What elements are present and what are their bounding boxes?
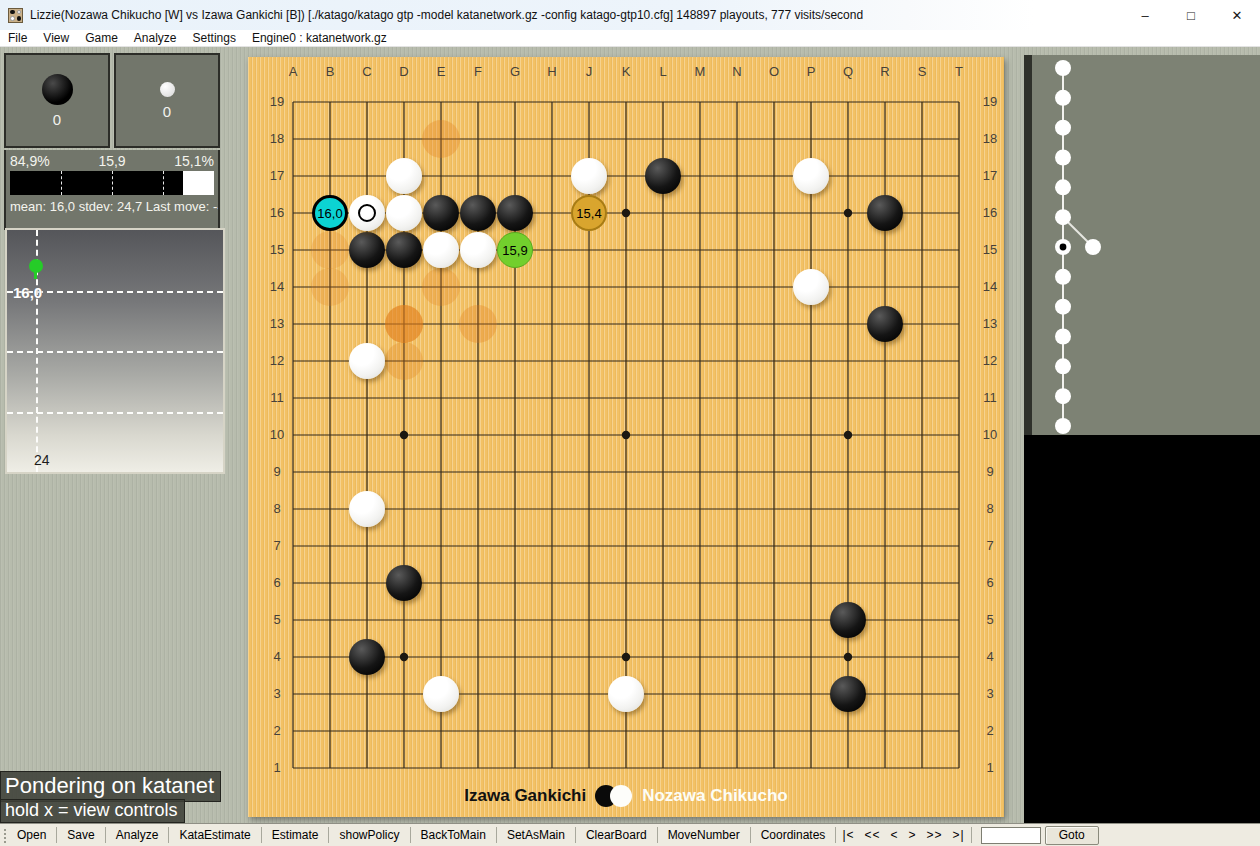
tree-node-1[interactable] — [1055, 90, 1071, 106]
black-capture-count: 0 — [53, 111, 61, 128]
stone-black-C15[interactable] — [349, 232, 385, 268]
black-winrate-label: 84,9% — [10, 153, 50, 169]
tree-node-12[interactable] — [1055, 418, 1071, 434]
white-captures-box: 0 — [114, 53, 220, 148]
goban[interactable]: Izawa Gankichi Nozawa Chikucho ABCDEFGHJ… — [248, 57, 1004, 817]
policy-shadow-D13[interactable] — [385, 305, 423, 343]
tree-node-4[interactable] — [1055, 179, 1071, 195]
menu-item-engine0[interactable]: Engine0 : katanetwork.gz — [244, 31, 395, 45]
stone-black-E16[interactable] — [423, 195, 459, 231]
toolbar-button-estimate[interactable]: Estimate — [263, 826, 328, 844]
policy-shadow-B14[interactable] — [311, 268, 349, 306]
toolbar-button-open[interactable]: Open — [8, 826, 55, 844]
toolbar-button-clearboard[interactable]: ClearBoard — [577, 826, 656, 844]
nav-last-button[interactable]: >| — [948, 826, 970, 844]
comment-panel — [1024, 435, 1260, 823]
stone-white-D16[interactable] — [386, 195, 422, 231]
stone-black-C4[interactable] — [349, 639, 385, 675]
white-winrate-label: 15,1% — [174, 153, 214, 169]
stone-black-F16[interactable] — [460, 195, 496, 231]
toolbar-button-setasmain[interactable]: SetAsMain — [498, 826, 574, 844]
stone-white-E15[interactable] — [423, 232, 459, 268]
white-capture-count: 0 — [163, 103, 171, 120]
stone-black-G16[interactable] — [497, 195, 533, 231]
tree-node-10[interactable] — [1055, 358, 1071, 374]
menu-item-view[interactable]: View — [35, 31, 77, 45]
toolbar-button-backtomain[interactable]: BackToMain — [412, 826, 495, 844]
stone-black-D15[interactable] — [386, 232, 422, 268]
graph-winrate-value: 16,0 — [13, 284, 42, 301]
stone-white-E3[interactable] — [423, 676, 459, 712]
black-stone-icon — [42, 74, 73, 105]
score-label: 15,9 — [98, 153, 125, 169]
graph-current-dot — [29, 259, 43, 273]
stone-black-R16[interactable] — [867, 195, 903, 231]
maximize-button[interactable]: □ — [1168, 0, 1214, 30]
policy-shadow-D12[interactable] — [385, 342, 423, 380]
policy-shadow-E18[interactable] — [422, 120, 460, 158]
stone-black-Q3[interactable] — [830, 676, 866, 712]
app-icon — [8, 8, 23, 23]
tree-current-node-dot — [1060, 244, 1067, 251]
suggested-move-B16[interactable]: 16,0 — [312, 195, 348, 231]
policy-shadow-B15[interactable] — [311, 231, 349, 269]
tree-node-3[interactable] — [1055, 150, 1071, 166]
nav-back-button[interactable]: < — [886, 826, 904, 844]
tree-branch-node[interactable] — [1085, 239, 1101, 255]
menu-item-analyze[interactable]: Analyze — [126, 31, 185, 45]
nav-fast-back-button[interactable]: << — [860, 826, 886, 844]
winrate-graph[interactable]: 16,0 24 — [5, 228, 225, 474]
menu-item-game[interactable]: Game — [77, 31, 126, 45]
close-button[interactable]: ✕ — [1214, 0, 1260, 30]
toolbar-button-movenumber[interactable]: MoveNumber — [659, 826, 749, 844]
winrate-stats: mean: 16,0 stdev: 24,7 Last move: -4,4% — [6, 195, 218, 214]
stone-white-C12[interactable] — [349, 343, 385, 379]
stone-white-J17[interactable] — [571, 158, 607, 194]
title-bar: Lizzie(Nozawa Chikucho [W] vs Izawa Gank… — [0, 0, 1260, 30]
pondering-status: Pondering on katanet — [0, 771, 221, 802]
tree-node-0[interactable] — [1055, 60, 1071, 76]
stone-black-R13[interactable] — [867, 306, 903, 342]
toolbar-button-kataestimate[interactable]: KataEstimate — [170, 826, 259, 844]
menu-item-file[interactable]: File — [0, 31, 35, 45]
variation-tree-panel[interactable] — [1024, 55, 1260, 435]
winrate-bar — [10, 171, 214, 195]
suggested-move-G15[interactable]: 15,9 — [497, 232, 533, 268]
tree-node-11[interactable] — [1055, 388, 1071, 404]
tree-node-7[interactable] — [1055, 269, 1071, 285]
stone-black-L17[interactable] — [645, 158, 681, 194]
toolbar-button-analyze[interactable]: Analyze — [107, 826, 168, 844]
tree-node-8[interactable] — [1055, 299, 1071, 315]
winrate-bar-black — [10, 171, 183, 195]
stone-black-Q5[interactable] — [830, 602, 866, 638]
tree-node-9[interactable] — [1055, 329, 1071, 345]
white-stone-icon — [160, 82, 175, 97]
nav-fast-forward-button[interactable]: >> — [922, 826, 948, 844]
tree-node-2[interactable] — [1055, 120, 1071, 136]
policy-shadow-E14[interactable] — [422, 268, 460, 306]
bottom-toolbar: OpenSaveAnalyzeKataEstimateEstimateshowP… — [0, 823, 1260, 846]
stone-white-C16[interactable] — [349, 195, 385, 231]
stone-white-D17[interactable] — [386, 158, 422, 194]
goto-move-input[interactable] — [981, 827, 1041, 844]
policy-shadow-F13[interactable] — [459, 305, 497, 343]
minimize-button[interactable]: – — [1122, 0, 1168, 30]
stone-white-K3[interactable] — [608, 676, 644, 712]
winrate-panel: 84,9% 15,9 15,1% mean: 16,0 stdev: 24,7 … — [4, 150, 220, 230]
nav-forward-button[interactable]: > — [904, 826, 922, 844]
menu-item-settings[interactable]: Settings — [185, 31, 244, 45]
toolbar-button-showpolicy[interactable]: showPolicy — [330, 826, 408, 844]
black-captures-box: 0 — [4, 53, 110, 148]
toolbar-button-coordinates[interactable]: Coordinates — [752, 826, 835, 844]
stone-white-F15[interactable] — [460, 232, 496, 268]
stone-white-P17[interactable] — [793, 158, 829, 194]
menu-bar: FileViewGameAnalyzeSettingsEngine0 : kat… — [0, 30, 1260, 47]
controls-hint: hold x = view controls — [0, 799, 185, 823]
main-area: 0 0 84,9% 15,9 15,1% mean: 16,0 stdev: 2… — [0, 47, 1260, 823]
nav-first-button[interactable]: |< — [837, 826, 859, 844]
stone-white-C8[interactable] — [349, 491, 385, 527]
capture-panel: 0 0 — [4, 53, 220, 148]
tree-node-5[interactable] — [1055, 209, 1071, 225]
window-title: Lizzie(Nozawa Chikucho [W] vs Izawa Gank… — [30, 8, 863, 22]
goto-button[interactable]: Goto — [1045, 826, 1099, 845]
toolbar-button-save[interactable]: Save — [58, 826, 103, 844]
last-move-marker — [358, 204, 376, 222]
graph-move-number: 24 — [34, 452, 50, 468]
suggested-move-J16[interactable]: 15,4 — [571, 195, 607, 231]
stone-black-D6[interactable] — [386, 565, 422, 601]
stone-white-P14[interactable] — [793, 269, 829, 305]
